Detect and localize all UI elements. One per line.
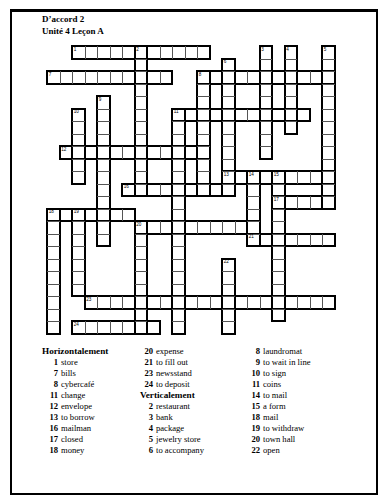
- crossword-cell[interactable]: [222, 171, 235, 184]
- crossword-cell[interactable]: [122, 184, 135, 197]
- crossword-cell[interactable]: [222, 84, 235, 97]
- crossword-cell[interactable]: [172, 246, 185, 259]
- clue-number: 24: [140, 379, 153, 390]
- clue-number: 14: [243, 390, 260, 401]
- crossword-cell[interactable]: [160, 221, 173, 234]
- crossword-cell[interactable]: [235, 71, 248, 84]
- crossword-cell[interactable]: [285, 109, 298, 122]
- crossword-cell[interactable]: [97, 134, 110, 147]
- crossword-cell[interactable]: [210, 296, 223, 309]
- crossword-cell[interactable]: [72, 159, 85, 172]
- crossword-cell[interactable]: [47, 271, 60, 284]
- crossword-cell[interactable]: [272, 196, 285, 209]
- clue-column: 8laundromat9to wait in line10to sign11co…: [243, 346, 311, 456]
- crossword-cell[interactable]: [72, 321, 85, 334]
- crossword-cell[interactable]: [147, 146, 160, 159]
- clue-number: 21: [140, 357, 153, 368]
- crossword-cell[interactable]: [85, 296, 98, 309]
- crossword-cell[interactable]: [72, 146, 85, 159]
- crossword-cell[interactable]: [235, 296, 248, 309]
- crossword-cell[interactable]: [172, 121, 185, 134]
- crossword-cell[interactable]: [235, 109, 248, 122]
- crossword-cell[interactable]: [122, 71, 135, 84]
- clue-item: 18mail: [243, 412, 311, 423]
- crossword-cell[interactable]: [260, 134, 273, 147]
- crossword-cell[interactable]: [47, 259, 60, 272]
- crossword-cell[interactable]: [122, 321, 135, 334]
- crossword-cell[interactable]: [185, 296, 198, 309]
- crossword-cell[interactable]: [160, 146, 173, 159]
- crossword-cell[interactable]: [322, 71, 335, 84]
- clue-text: change: [58, 390, 85, 400]
- crossword-cell[interactable]: [197, 134, 210, 147]
- crossword-cell[interactable]: [122, 146, 135, 159]
- crossword-cell[interactable]: [285, 71, 298, 84]
- clue-item: 22open: [243, 445, 311, 456]
- clue-list-header: Verticalement: [140, 390, 204, 401]
- crossword-cell[interactable]: [322, 234, 335, 247]
- crossword-cell[interactable]: [322, 171, 335, 184]
- clue-text: to accompany: [153, 445, 204, 455]
- crossword-cell[interactable]: [85, 71, 98, 84]
- crossword-cell[interactable]: [222, 259, 235, 272]
- crossword-cell[interactable]: [147, 221, 160, 234]
- clue-text: mail: [260, 412, 278, 422]
- crossword-cell[interactable]: [135, 59, 148, 72]
- crossword-cell[interactable]: [135, 321, 148, 334]
- clue-item: 20town hall: [243, 434, 311, 445]
- clue-text: a form: [260, 401, 286, 411]
- crossword-cell[interactable]: [160, 46, 173, 59]
- crossword-cell[interactable]: [260, 84, 273, 97]
- clue-text: money: [58, 445, 84, 455]
- crossword-cell[interactable]: [322, 159, 335, 172]
- crossword-cell[interactable]: [235, 171, 248, 184]
- crossword-cell[interactable]: [197, 221, 210, 234]
- crossword-cell[interactable]: [310, 296, 323, 309]
- clue-text: bank: [153, 412, 173, 422]
- clue-item: 12envelope: [42, 401, 108, 412]
- crossword-cell[interactable]: [110, 46, 123, 59]
- crossword-cell[interactable]: [172, 196, 185, 209]
- crossword-cell[interactable]: [260, 146, 273, 159]
- crossword-cell[interactable]: [285, 46, 298, 59]
- clue-number: 16: [42, 423, 58, 434]
- crossword-cell[interactable]: [310, 234, 323, 247]
- crossword-cell[interactable]: [97, 71, 110, 84]
- crossword-cell[interactable]: [272, 246, 285, 259]
- crossword-cell[interactable]: [135, 46, 148, 59]
- crossword-cell[interactable]: [197, 46, 210, 59]
- crossword-cell[interactable]: [97, 196, 110, 209]
- crossword-cell[interactable]: [310, 71, 323, 84]
- crossword-cell[interactable]: [260, 59, 273, 72]
- crossword-cell[interactable]: [247, 109, 260, 122]
- clue-item: 3bank: [140, 412, 204, 423]
- crossword-cell[interactable]: [247, 171, 260, 184]
- crossword-cell[interactable]: [210, 221, 223, 234]
- clue-text: to wait in line: [260, 357, 311, 367]
- crossword-cell[interactable]: [222, 146, 235, 159]
- crossword-cell[interactable]: [235, 221, 248, 234]
- crossword-cell[interactable]: [97, 146, 110, 159]
- crossword-cell[interactable]: [322, 296, 335, 309]
- crossword-cell[interactable]: [97, 46, 110, 59]
- crossword-cell[interactable]: [172, 221, 185, 234]
- crossword-cell[interactable]: [222, 121, 235, 134]
- crossword-cell[interactable]: [72, 246, 85, 259]
- crossword-cell[interactable]: [60, 209, 73, 222]
- crossword-cell[interactable]: [222, 284, 235, 297]
- clue-number: 19: [243, 423, 260, 434]
- crossword-cell[interactable]: [285, 296, 298, 309]
- clue-item: 23newsstand: [140, 368, 204, 379]
- crossword-cell[interactable]: [172, 209, 185, 222]
- crossword-cell[interactable]: [222, 184, 235, 197]
- crossword-cell[interactable]: [72, 209, 85, 222]
- crossword-cell[interactable]: [285, 171, 298, 184]
- crossword-cell[interactable]: [185, 146, 198, 159]
- crossword-cell[interactable]: [72, 221, 85, 234]
- crossword-cell[interactable]: [222, 271, 235, 284]
- crossword-cell[interactable]: [322, 196, 335, 209]
- crossword-cell[interactable]: [222, 109, 235, 122]
- crossword-cell[interactable]: [272, 234, 285, 247]
- clue-item: 5jewelry store: [140, 434, 204, 445]
- crossword-cell[interactable]: [97, 221, 110, 234]
- crossword-cell[interactable]: [272, 271, 285, 284]
- crossword-cell[interactable]: [72, 71, 85, 84]
- crossword-cell[interactable]: [47, 309, 60, 322]
- crossword-cell[interactable]: [110, 296, 123, 309]
- crossword-cell[interactable]: [172, 146, 185, 159]
- crossword-cell[interactable]: [222, 321, 235, 334]
- crossword-cell[interactable]: [172, 184, 185, 197]
- clue-item: 21to fill out: [140, 357, 204, 368]
- clue-item: 11change: [42, 390, 108, 401]
- clue-number: 10: [243, 368, 260, 379]
- crossword-cell[interactable]: [222, 221, 235, 234]
- crossword-cell[interactable]: [260, 96, 273, 109]
- clue-number: 2: [140, 401, 153, 412]
- crossword-cell[interactable]: [160, 184, 173, 197]
- crossword-cell[interactable]: [172, 309, 185, 322]
- crossword-cell[interactable]: [47, 234, 60, 247]
- crossword-cell[interactable]: [197, 109, 210, 122]
- crossword-cell[interactable]: [172, 259, 185, 272]
- crossword-cell[interactable]: [272, 296, 285, 309]
- clue-item: 20expense: [140, 346, 204, 357]
- crossword-cell[interactable]: [110, 71, 123, 84]
- crossword-cell[interactable]: [97, 234, 110, 247]
- clue-item: 19to withdraw: [243, 423, 311, 434]
- crossword-cell[interactable]: [172, 134, 185, 147]
- crossword-cell[interactable]: [97, 121, 110, 134]
- crossword-cell[interactable]: [72, 234, 85, 247]
- crossword-cell[interactable]: [172, 46, 185, 59]
- crossword-cell[interactable]: [297, 109, 310, 122]
- crossword-cell[interactable]: [147, 296, 160, 309]
- crossword-cell[interactable]: [147, 46, 160, 59]
- crossword-cell[interactable]: [135, 234, 148, 247]
- crossword-cell[interactable]: [185, 46, 198, 59]
- crossword-cell[interactable]: [172, 296, 185, 309]
- crossword-cell[interactable]: [135, 271, 148, 284]
- crossword-cell[interactable]: [247, 234, 260, 247]
- clue-text: to mail: [260, 390, 287, 400]
- crossword-cell[interactable]: [197, 146, 210, 159]
- crossword-cell[interactable]: [197, 71, 210, 84]
- crossword-cell[interactable]: [47, 221, 60, 234]
- crossword-cell[interactable]: [197, 171, 210, 184]
- crossword-cell[interactable]: [222, 309, 235, 322]
- crossword-cell[interactable]: [247, 71, 260, 84]
- crossword-cell[interactable]: [147, 71, 160, 84]
- crossword-cell[interactable]: [222, 159, 235, 172]
- clue-number: 12: [42, 401, 58, 412]
- crossword-cell[interactable]: [172, 159, 185, 172]
- clue-number: 3: [140, 412, 153, 423]
- clue-text: store: [58, 357, 78, 367]
- crossword-cell[interactable]: [72, 121, 85, 134]
- crossword-cell[interactable]: [85, 46, 98, 59]
- crossword-cell[interactable]: [260, 234, 273, 247]
- clue-item: 2restaurant: [140, 401, 204, 412]
- crossword-cell[interactable]: [172, 234, 185, 247]
- crossword-cell[interactable]: [72, 46, 85, 59]
- crossword-cell[interactable]: [322, 134, 335, 147]
- crossword-cell[interactable]: [260, 296, 273, 309]
- crossword-cell[interactable]: [110, 321, 123, 334]
- clue-item: 4package: [140, 423, 204, 434]
- clue-number: 6: [140, 445, 153, 456]
- crossword-cell[interactable]: [135, 171, 148, 184]
- clue-number: 4: [140, 423, 153, 434]
- crossword-cell[interactable]: [322, 146, 335, 159]
- crossword-cell[interactable]: [197, 96, 210, 109]
- crossword-cell[interactable]: [285, 84, 298, 97]
- clue-item: 15a form: [243, 401, 311, 412]
- crossword-cell[interactable]: [197, 184, 210, 197]
- crossword-cell[interactable]: [297, 234, 310, 247]
- clue-text: open: [260, 445, 280, 455]
- clue-number: 22: [243, 445, 260, 456]
- crossword-cell[interactable]: [135, 109, 148, 122]
- crossword-cell[interactable]: [97, 321, 110, 334]
- crossword-cell[interactable]: [135, 71, 148, 84]
- crossword-cell[interactable]: [260, 171, 273, 184]
- crossword-cell[interactable]: [247, 296, 260, 309]
- crossword-cell[interactable]: [47, 209, 60, 222]
- crossword-cell[interactable]: [285, 96, 298, 109]
- crossword-cell[interactable]: [85, 146, 98, 159]
- worksheet-page: D’accord 2 Unité 4 Leçon A 1781112131617…: [0, 0, 386, 500]
- crossword-cell[interactable]: [72, 284, 85, 297]
- crossword-cell[interactable]: [210, 184, 223, 197]
- crossword-cell[interactable]: [322, 184, 335, 197]
- clue-text: package: [153, 423, 184, 433]
- crossword-cell[interactable]: [97, 184, 110, 197]
- crossword-cell[interactable]: [135, 284, 148, 297]
- crossword-cell[interactable]: [197, 121, 210, 134]
- clue-text: to borrow: [58, 412, 95, 422]
- crossword-cell[interactable]: [310, 171, 323, 184]
- crossword-cell[interactable]: [47, 71, 60, 84]
- crossword-cell[interactable]: [135, 159, 148, 172]
- crossword-cell[interactable]: [97, 96, 110, 109]
- crossword-cell[interactable]: [47, 321, 60, 334]
- crossword-cell[interactable]: [97, 171, 110, 184]
- crossword-cell[interactable]: [135, 84, 148, 97]
- crossword-cell[interactable]: [322, 84, 335, 97]
- crossword-cell[interactable]: [135, 246, 148, 259]
- crossword-cell[interactable]: [72, 171, 85, 184]
- crossword-cell[interactable]: [97, 296, 110, 309]
- crossword-cell[interactable]: [135, 134, 148, 147]
- clue-item: 13to borrow: [42, 412, 108, 423]
- crossword-cell[interactable]: [160, 71, 173, 84]
- clue-number: 18: [243, 412, 260, 423]
- crossword-cell[interactable]: [47, 246, 60, 259]
- clue-item: 6to accompany: [140, 445, 204, 456]
- crossword-cell[interactable]: [272, 221, 285, 234]
- clue-text: to fill out: [153, 357, 188, 367]
- crossword-cell[interactable]: [322, 109, 335, 122]
- clue-number: 13: [42, 412, 58, 423]
- crossword-cell[interactable]: [135, 184, 148, 197]
- crossword-cell[interactable]: [285, 196, 298, 209]
- crossword-cell[interactable]: [272, 209, 285, 222]
- crossword-cell[interactable]: [222, 71, 235, 84]
- crossword-cell[interactable]: [110, 146, 123, 159]
- crossword-cell[interactable]: [247, 196, 260, 209]
- crossword-cell[interactable]: [260, 121, 273, 134]
- crossword-cell[interactable]: [122, 296, 135, 309]
- clue-text: restaurant: [153, 401, 190, 411]
- crossword-cell[interactable]: [97, 109, 110, 122]
- crossword-cell[interactable]: [135, 221, 148, 234]
- crossword-cell[interactable]: [72, 259, 85, 272]
- crossword-cell[interactable]: [160, 296, 173, 309]
- clue-item: 17closed: [42, 434, 108, 445]
- crossword-cell[interactable]: [122, 209, 135, 222]
- crossword-cell[interactable]: [222, 96, 235, 109]
- crossword-cell[interactable]: [260, 109, 273, 122]
- clue-text: envelope: [58, 401, 92, 411]
- crossword-cell[interactable]: [272, 284, 285, 297]
- crossword-cell[interactable]: [272, 259, 285, 272]
- crossword-cell[interactable]: [322, 59, 335, 72]
- crossword-cell[interactable]: [122, 46, 135, 59]
- crossword-cell[interactable]: [135, 296, 148, 309]
- clue-text: expense: [153, 346, 184, 356]
- clue-number: 20: [243, 434, 260, 445]
- crossword-cell[interactable]: [210, 109, 223, 122]
- crossword-cell[interactable]: [285, 59, 298, 72]
- crossword-cell[interactable]: [322, 121, 335, 134]
- crossword-cell[interactable]: [297, 171, 310, 184]
- crossword-cell[interactable]: [197, 84, 210, 97]
- crossword-cell[interactable]: [222, 296, 235, 309]
- clue-list-header: Horizontalement: [42, 346, 108, 357]
- crossword-cell[interactable]: [172, 171, 185, 184]
- crossword-cell[interactable]: [60, 146, 73, 159]
- clue-item: 8laundromat: [243, 346, 311, 357]
- crossword-cell[interactable]: [197, 296, 210, 309]
- crossword-cell[interactable]: [147, 184, 160, 197]
- crossword-cell[interactable]: [97, 209, 110, 222]
- crossword-cell[interactable]: [185, 184, 198, 197]
- crossword-cell[interactable]: [85, 321, 98, 334]
- crossword-cell[interactable]: [72, 109, 85, 122]
- crossword-cell[interactable]: [247, 221, 260, 234]
- clue-item: 24to deposit: [140, 379, 204, 390]
- crossword-cell[interactable]: [185, 221, 198, 234]
- crossword-cell[interactable]: [172, 271, 185, 284]
- crossword-cell[interactable]: [247, 209, 260, 222]
- clue-text: cybercafé: [58, 379, 94, 389]
- crossword-cell[interactable]: [97, 159, 110, 172]
- crossword-cell[interactable]: [185, 109, 198, 122]
- crossword-cell[interactable]: [172, 284, 185, 297]
- crossword-cell[interactable]: [135, 96, 148, 109]
- crossword-cell[interactable]: [297, 71, 310, 84]
- crossword-cell[interactable]: [135, 309, 148, 322]
- crossword-cell[interactable]: [135, 259, 148, 272]
- crossword-cell[interactable]: [47, 296, 60, 309]
- crossword-cell[interactable]: [47, 284, 60, 297]
- crossword-cell[interactable]: [272, 171, 285, 184]
- clue-item: 10to sign: [243, 368, 311, 379]
- crossword-cell[interactable]: [197, 159, 210, 172]
- clue-text: mailman: [58, 423, 91, 433]
- clue-number: 15: [243, 401, 260, 412]
- crossword-cell[interactable]: [272, 184, 285, 197]
- crossword-cell[interactable]: [285, 121, 298, 134]
- crossword-cell[interactable]: [72, 271, 85, 284]
- crossword-cell[interactable]: [272, 309, 285, 322]
- crossword-cell[interactable]: [322, 46, 335, 59]
- clue-number: 11: [243, 379, 260, 390]
- crossword-cell[interactable]: [260, 71, 273, 84]
- crossword-cell[interactable]: [147, 321, 160, 334]
- crossword-cell[interactable]: [272, 71, 285, 84]
- crossword-cell[interactable]: [272, 109, 285, 122]
- crossword-cell[interactable]: [210, 71, 223, 84]
- clue-text: closed: [58, 434, 83, 444]
- crossword-cell[interactable]: [260, 46, 273, 59]
- crossword-cell[interactable]: [222, 134, 235, 147]
- crossword-cell[interactable]: [297, 296, 310, 309]
- crossword-cell[interactable]: [322, 96, 335, 109]
- crossword-cell[interactable]: [135, 121, 148, 134]
- crossword-cell[interactable]: [285, 234, 298, 247]
- crossword-cell[interactable]: [222, 59, 235, 72]
- crossword-cell[interactable]: [110, 209, 123, 222]
- crossword-cell[interactable]: [172, 321, 185, 334]
- crossword-cell[interactable]: [85, 209, 98, 222]
- crossword-cell[interactable]: [60, 71, 73, 84]
- crossword-cell[interactable]: [72, 134, 85, 147]
- clue-number: 11: [42, 390, 58, 401]
- clue-item: 7bills: [42, 368, 108, 379]
- crossword-cell[interactable]: [310, 196, 323, 209]
- crossword-cell[interactable]: [135, 146, 148, 159]
- clue-text: jewelry store: [153, 434, 201, 444]
- crossword-cell[interactable]: [297, 196, 310, 209]
- crossword-cell[interactable]: [172, 109, 185, 122]
- clue-column: 20expense21to fill out23newsstand24to de…: [140, 346, 204, 456]
